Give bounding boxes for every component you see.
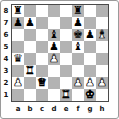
square-e3[interactable] — [60, 65, 72, 77]
square-a6[interactable] — [12, 29, 24, 41]
black-bishop: ♝ — [49, 29, 59, 41]
white-rook: ♜ — [61, 89, 71, 101]
square-a7[interactable]: ♟ — [12, 17, 24, 29]
square-g8[interactable] — [84, 5, 96, 17]
black-bishop: ♝ — [73, 41, 83, 53]
black-rook: ♜ — [13, 5, 23, 17]
square-f7[interactable]: ♟ — [72, 17, 84, 29]
square-a3[interactable] — [12, 65, 24, 77]
square-d2[interactable] — [48, 77, 60, 89]
square-d3[interactable] — [48, 65, 60, 77]
square-g7[interactable] — [84, 17, 96, 29]
square-c2[interactable]: ♛ — [36, 77, 48, 89]
square-b1[interactable] — [24, 89, 36, 101]
white-pawn: ♟ — [97, 77, 107, 89]
square-b7[interactable]: ♟ — [24, 17, 36, 29]
square-h5[interactable] — [96, 41, 108, 53]
square-h8[interactable] — [96, 5, 108, 17]
rank-label-1: 1 — [1, 89, 11, 101]
white-pawn: ♟ — [73, 77, 83, 89]
rank-label-4: 4 — [1, 53, 11, 65]
square-h1[interactable] — [96, 89, 108, 101]
square-g3[interactable] — [84, 65, 96, 77]
square-e2[interactable] — [60, 77, 72, 89]
square-a5[interactable] — [12, 41, 24, 53]
white-pawn: ♟ — [13, 77, 23, 89]
square-c5[interactable] — [36, 41, 48, 53]
square-f2[interactable]: ♟ — [72, 77, 84, 89]
square-c8[interactable] — [36, 5, 48, 17]
file-label-c: c — [36, 103, 48, 114]
chess-board: ♜♜♟♟♟♝♚♟♝♟♝♛♟♜♟♛♟♟♟♜♚ — [11, 4, 109, 102]
black-pawn: ♟ — [49, 41, 59, 53]
square-h2[interactable]: ♟ — [96, 77, 108, 89]
square-b8[interactable] — [24, 5, 36, 17]
square-d1[interactable] — [48, 89, 60, 101]
square-e7[interactable] — [60, 17, 72, 29]
square-b5[interactable] — [24, 41, 36, 53]
white-pawn: ♟ — [85, 77, 95, 89]
rank-label-2: 2 — [1, 77, 11, 89]
square-b3[interactable]: ♜ — [24, 65, 36, 77]
square-g1[interactable]: ♚ — [84, 89, 96, 101]
rank-label-6: 6 — [1, 29, 11, 41]
square-b6[interactable] — [24, 29, 36, 41]
square-e8[interactable] — [60, 5, 72, 17]
file-labels: abcdefgh — [12, 103, 108, 114]
black-pawn: ♟ — [25, 17, 35, 29]
square-g6[interactable]: ♟ — [84, 29, 96, 41]
black-pawn: ♟ — [73, 17, 83, 29]
square-f4[interactable] — [72, 53, 84, 65]
square-h6[interactable]: ♝ — [96, 29, 108, 41]
black-pawn: ♟ — [85, 29, 95, 41]
white-bishop: ♝ — [97, 29, 107, 41]
square-f3[interactable] — [72, 65, 84, 77]
square-g4[interactable] — [84, 53, 96, 65]
square-f1[interactable] — [72, 89, 84, 101]
rank-label-3: 3 — [1, 65, 11, 77]
square-d5[interactable]: ♟ — [48, 41, 60, 53]
square-a1[interactable] — [12, 89, 24, 101]
square-a4[interactable]: ♛ — [12, 53, 24, 65]
square-a8[interactable]: ♜ — [12, 5, 24, 17]
rank-label-5: 5 — [1, 41, 11, 53]
rank-labels: 87654321 — [1, 5, 11, 101]
square-h7[interactable] — [96, 17, 108, 29]
square-f8[interactable]: ♜ — [72, 5, 84, 17]
square-e6[interactable] — [60, 29, 72, 41]
black-queen: ♛ — [13, 53, 23, 65]
square-c6[interactable] — [36, 29, 48, 41]
black-rook: ♜ — [73, 5, 83, 17]
square-f5[interactable]: ♝ — [72, 41, 84, 53]
square-d6[interactable]: ♝ — [48, 29, 60, 41]
square-d8[interactable] — [48, 5, 60, 17]
square-e1[interactable]: ♜ — [60, 89, 72, 101]
square-e5[interactable] — [60, 41, 72, 53]
square-d4[interactable]: ♟ — [48, 53, 60, 65]
rank-label-7: 7 — [1, 17, 11, 29]
file-label-e: e — [60, 103, 72, 114]
file-label-a: a — [12, 103, 24, 114]
white-king: ♚ — [85, 89, 95, 101]
square-h3[interactable] — [96, 65, 108, 77]
square-g5[interactable] — [84, 41, 96, 53]
file-label-d: d — [48, 103, 60, 114]
chess-diagram: 87654321 ♜♜♟♟♟♝♚♟♝♟♝♛♟♜♟♛♟♟♟♜♚ abcdefgh — [0, 0, 119, 119]
square-a2[interactable]: ♟ — [12, 77, 24, 89]
square-c3[interactable] — [36, 65, 48, 77]
square-c1[interactable] — [36, 89, 48, 101]
square-c4[interactable] — [36, 53, 48, 65]
file-label-g: g — [84, 103, 96, 114]
rank-label-8: 8 — [1, 5, 11, 17]
file-label-b: b — [24, 103, 36, 114]
white-rook: ♜ — [25, 65, 35, 77]
white-queen: ♛ — [37, 77, 47, 89]
black-pawn: ♟ — [13, 17, 23, 29]
square-g2[interactable]: ♟ — [84, 77, 96, 89]
square-e4[interactable] — [60, 53, 72, 65]
file-label-f: f — [72, 103, 84, 114]
square-f6[interactable]: ♚ — [72, 29, 84, 41]
file-label-h: h — [96, 103, 108, 114]
square-h4[interactable] — [96, 53, 108, 65]
black-king: ♚ — [73, 29, 83, 41]
square-b4[interactable] — [24, 53, 36, 65]
white-pawn: ♟ — [49, 53, 59, 65]
square-c7[interactable] — [36, 17, 48, 29]
square-b2[interactable] — [24, 77, 36, 89]
square-d7[interactable] — [48, 17, 60, 29]
